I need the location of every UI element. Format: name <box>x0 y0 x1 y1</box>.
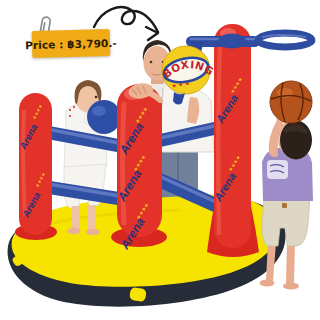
pants-patch <box>282 203 287 208</box>
basketball <box>270 81 312 123</box>
hand-drawn-arrow-icon <box>88 2 168 48</box>
rope-upper-left <box>40 131 126 147</box>
shirt-print <box>267 160 288 179</box>
boy-foot <box>68 228 81 234</box>
product-photo: Arena ★★★★ Arena ★★★★ Arena ★★★★ Arena ★… <box>0 0 320 320</box>
boy-foot <box>86 229 100 235</box>
girl-foot <box>260 279 275 286</box>
girl-player <box>260 113 314 290</box>
girl-foot <box>283 282 299 289</box>
boxing-glove <box>87 100 121 134</box>
